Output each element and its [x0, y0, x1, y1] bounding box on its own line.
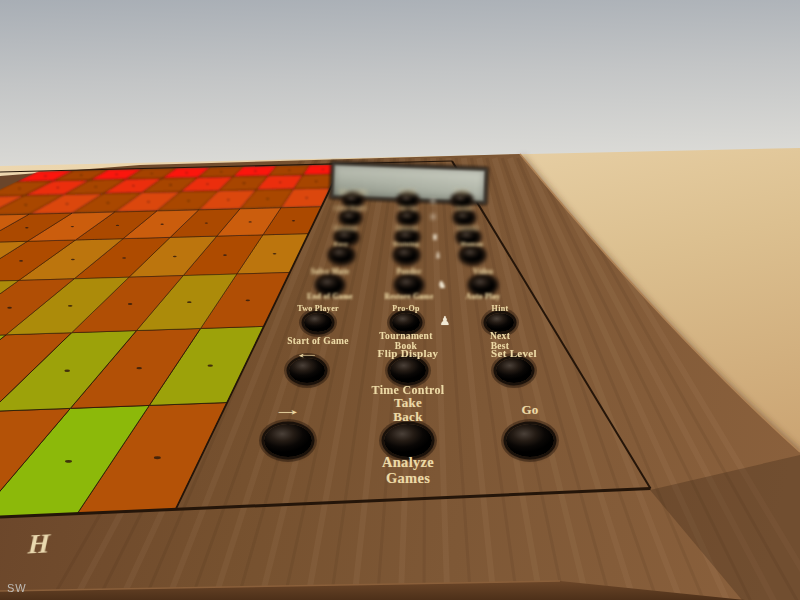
sensor-hole [106, 202, 109, 203]
button-label-take-back: Take Back [393, 396, 422, 424]
watermark: SW [7, 582, 27, 594]
file-label-h: H [27, 527, 50, 560]
sensor-hole [25, 227, 28, 228]
button-label-verify: Verify [400, 190, 416, 196]
panel-button-row8-left[interactable] [264, 424, 312, 457]
button-label-auto-play: Auto Play [466, 293, 501, 301]
panel-button-row1-middle[interactable] [400, 195, 416, 205]
sensor-hole [279, 182, 282, 183]
sensor-hole [151, 173, 154, 174]
panel-button-row5-middle[interactable] [397, 277, 421, 293]
button-label-start-of-game: Start of Game [287, 336, 348, 346]
panel-button-row7-middle[interactable] [390, 358, 426, 383]
button-label-restore-game: Restore Game [384, 293, 433, 301]
button-label-random: Random [334, 225, 358, 231]
button-label-video: Video [473, 268, 493, 276]
piece-symbol-knight-icon: ♞ [438, 279, 447, 290]
sensor-hole [187, 301, 191, 303]
sensor-hole [169, 184, 172, 185]
button-label-set-level: Set Level [491, 348, 537, 360]
sensor-hole [187, 200, 190, 201]
piece-symbol-rook-icon: ♜ [432, 233, 439, 242]
panel-button-row6-right[interactable] [486, 313, 514, 332]
panel-button-row1-right[interactable] [454, 195, 470, 205]
button-label-referee: Referee [396, 225, 418, 231]
panel-button-row5-right[interactable] [471, 277, 495, 293]
sensor-hole [185, 172, 187, 173]
panel-button-row7-right[interactable] [496, 358, 532, 383]
sensor-hole [128, 303, 133, 305]
sensor-hole [223, 254, 227, 256]
button-label-color: Color [455, 190, 470, 196]
button-label-end-of-game: End of Game [307, 293, 353, 301]
button-label-new-game: New Game [339, 190, 367, 196]
sensor-hole [161, 224, 164, 225]
panel-button-row6-left[interactable] [304, 313, 332, 332]
sensor-hole [249, 221, 252, 222]
button-label-analyze-games: Analyze Games [382, 455, 434, 486]
sensor-hole [68, 305, 73, 307]
panel-button-row2-right[interactable] [456, 212, 473, 223]
sensor-hole [288, 170, 290, 171]
button-label-ponder: Ponder [396, 268, 421, 276]
button-label-clear-board: Clear Board [334, 206, 366, 212]
sensor-hole [154, 456, 161, 459]
sensor-hole [273, 253, 277, 255]
piece-symbol-bishop-icon: ♝ [434, 250, 442, 260]
sensor-hole [305, 197, 308, 198]
sensor-hole [205, 222, 208, 223]
button-label-training: Training [393, 240, 419, 247]
button-label-hint: Hint [492, 305, 509, 314]
panel-button-row2-middle[interactable] [400, 212, 417, 223]
button-label-two-player: Two Player [297, 305, 339, 314]
sensor-hole [173, 256, 177, 258]
piece-symbol-pawn-icon: ♟ [440, 314, 451, 329]
sensor-hole [18, 188, 21, 189]
sensor-hole [71, 226, 74, 227]
sensor-hole [208, 365, 213, 367]
photo-of-chess-computer-board: New GameVerifyColorClear BoardSet UpSoun… [0, 0, 800, 600]
sensor-hole [254, 171, 256, 172]
sensor-hole [66, 203, 69, 204]
button-label-arrow: ← [294, 346, 321, 361]
button-label-sound: Sound [456, 206, 473, 212]
button-label-flip-display: Flip Display [378, 348, 439, 360]
sensor-hole [243, 183, 246, 184]
sensor-hole [246, 299, 250, 301]
sensor-hole [24, 204, 27, 205]
button-label-pro-op: Pro-Op [392, 305, 419, 314]
panel-button-row4-right[interactable] [462, 248, 483, 262]
sensor-hole [220, 171, 222, 172]
sensor-hole [315, 181, 318, 182]
sensor-hole [266, 198, 269, 199]
sensor-hole [206, 183, 209, 184]
button-label-go: Go [521, 403, 538, 417]
button-label-solve-mate: Solve Mate [311, 268, 350, 276]
sensor-hole [115, 174, 118, 175]
sensor-hole [132, 185, 135, 186]
piece-symbol-queen-icon: ♛ [430, 213, 436, 221]
panel-button-row4-middle[interactable] [396, 248, 417, 262]
button-label-set-up: Set Up [399, 206, 417, 212]
sensor-hole [322, 169, 324, 170]
panel-button-row4-left[interactable] [331, 248, 352, 262]
sensor-hole [136, 367, 142, 369]
piece-symbol-king-icon: ♚ [430, 197, 435, 204]
sensor-hole [94, 186, 97, 187]
sensor-hole [64, 370, 70, 372]
sensor-hole [116, 225, 119, 226]
panel-button-row6-middle[interactable] [392, 313, 420, 332]
button-label-infinite: Infinite [457, 225, 478, 231]
button-label-human: Human [461, 240, 483, 247]
sensor-hole [122, 257, 126, 259]
panel-button-row2-left[interactable] [342, 212, 359, 223]
sensor-hole [7, 307, 12, 309]
button-label-easy: Easy [334, 240, 349, 247]
sensor-hole [227, 199, 230, 200]
sensor-hole [292, 220, 295, 221]
panel-button-row8-right[interactable] [506, 424, 554, 457]
sensor-hole [57, 187, 60, 188]
sensor-hole [71, 259, 75, 261]
button-label-arrow: → [273, 401, 303, 418]
sensor-hole [147, 201, 150, 202]
sensor-hole [65, 460, 72, 463]
panel-button-row5-left[interactable] [318, 277, 342, 293]
sensor-hole [44, 175, 47, 176]
panel-button-row8-middle[interactable] [384, 424, 432, 457]
sensor-hole [80, 175, 83, 176]
panel-button-row1-left[interactable] [345, 195, 361, 205]
sensor-hole [19, 260, 23, 262]
